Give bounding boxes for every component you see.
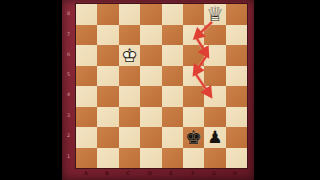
square-g6[interactable] (204, 45, 225, 66)
square-a8[interactable] (76, 4, 97, 25)
square-h8[interactable] (226, 4, 247, 25)
rank-label-1: 1 (63, 153, 73, 159)
square-h2[interactable] (226, 127, 247, 148)
square-d7[interactable] (140, 25, 161, 46)
board-frame: ♛♕♚♔♚♟ 87654321 ABCDEFGH (62, 0, 254, 180)
square-f2[interactable]: ♚ (183, 127, 204, 148)
square-b3[interactable] (97, 107, 118, 128)
square-e5[interactable] (162, 66, 183, 87)
square-f7[interactable] (183, 25, 204, 46)
square-e4[interactable] (162, 86, 183, 107)
rank-label-8: 8 (63, 10, 73, 16)
square-e2[interactable] (162, 127, 183, 148)
piece-white-king-c6[interactable]: ♚♔ (119, 45, 140, 66)
square-f6[interactable] (183, 45, 204, 66)
piece-white-queen-g8[interactable]: ♛♕ (204, 4, 225, 25)
square-b6[interactable] (97, 45, 118, 66)
square-e7[interactable] (162, 25, 183, 46)
square-e8[interactable] (162, 4, 183, 25)
file-label-g: G (205, 170, 224, 176)
file-labels: ABCDEFGH (75, 169, 246, 179)
square-a3[interactable] (76, 107, 97, 128)
square-a4[interactable] (76, 86, 97, 107)
rank-label-5: 5 (63, 71, 73, 77)
rank-label-6: 6 (63, 51, 73, 57)
square-c8[interactable] (119, 4, 140, 25)
rank-label-3: 3 (63, 112, 73, 118)
square-f8[interactable] (183, 4, 204, 25)
piece-black-pawn-g2[interactable]: ♟ (204, 127, 225, 148)
square-f3[interactable] (183, 107, 204, 128)
square-c6[interactable]: ♚♔ (119, 45, 140, 66)
file-label-h: H (226, 170, 245, 176)
piece-black-king-f2[interactable]: ♚ (183, 127, 204, 148)
square-g4[interactable] (204, 86, 225, 107)
square-g8[interactable]: ♛♕ (204, 4, 225, 25)
square-d8[interactable] (140, 4, 161, 25)
square-a2[interactable] (76, 127, 97, 148)
square-h3[interactable] (226, 107, 247, 128)
square-f1[interactable] (183, 148, 204, 169)
file-label-c: C (119, 170, 138, 176)
square-d5[interactable] (140, 66, 161, 87)
square-f4[interactable] (183, 86, 204, 107)
square-g7[interactable] (204, 25, 225, 46)
square-b8[interactable] (97, 4, 118, 25)
file-label-f: F (183, 170, 202, 176)
square-c2[interactable] (119, 127, 140, 148)
square-c1[interactable] (119, 148, 140, 169)
square-d6[interactable] (140, 45, 161, 66)
square-h7[interactable] (226, 25, 247, 46)
square-d3[interactable] (140, 107, 161, 128)
square-d4[interactable] (140, 86, 161, 107)
square-f5[interactable] (183, 66, 204, 87)
square-b5[interactable] (97, 66, 118, 87)
square-h6[interactable] (226, 45, 247, 66)
square-e1[interactable] (162, 148, 183, 169)
square-c4[interactable] (119, 86, 140, 107)
square-g2[interactable]: ♟ (204, 127, 225, 148)
square-d1[interactable] (140, 148, 161, 169)
square-c7[interactable] (119, 25, 140, 46)
square-c5[interactable] (119, 66, 140, 87)
square-e3[interactable] (162, 107, 183, 128)
square-g1[interactable] (204, 148, 225, 169)
square-g5[interactable] (204, 66, 225, 87)
square-b1[interactable] (97, 148, 118, 169)
file-label-d: D (140, 170, 159, 176)
rank-label-2: 2 (63, 133, 73, 139)
square-d2[interactable] (140, 127, 161, 148)
square-e6[interactable] (162, 45, 183, 66)
chess-diagram: ♛♕♚♔♚♟ 87654321 ABCDEFGH (0, 0, 320, 180)
file-label-b: B (98, 170, 117, 176)
square-a7[interactable] (76, 25, 97, 46)
rank-labels: 87654321 (62, 3, 75, 167)
board-squares: ♛♕♚♔♚♟ (75, 3, 248, 169)
file-label-a: A (76, 170, 95, 176)
square-h4[interactable] (226, 86, 247, 107)
square-g3[interactable] (204, 107, 225, 128)
rank-label-4: 4 (63, 92, 73, 98)
square-b2[interactable] (97, 127, 118, 148)
square-b7[interactable] (97, 25, 118, 46)
square-h1[interactable] (226, 148, 247, 169)
square-a6[interactable] (76, 45, 97, 66)
square-a1[interactable] (76, 148, 97, 169)
square-b4[interactable] (97, 86, 118, 107)
square-a5[interactable] (76, 66, 97, 87)
rank-label-7: 7 (63, 30, 73, 36)
square-h5[interactable] (226, 66, 247, 87)
square-c3[interactable] (119, 107, 140, 128)
file-label-e: E (162, 170, 181, 176)
